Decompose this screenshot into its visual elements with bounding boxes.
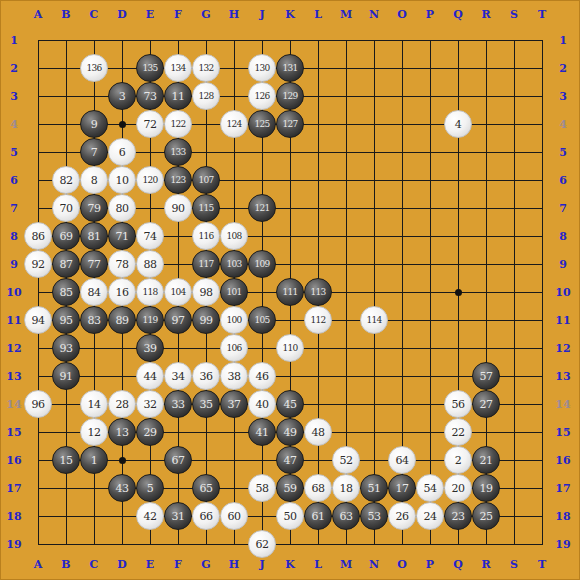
black-stone-c7[interactable]: 79	[80, 194, 108, 222]
black-stone-f14[interactable]: 33	[164, 390, 192, 418]
col-label-bottom-d: D	[117, 559, 127, 570]
go-board[interactable]: 1234567891011121314151617181920212223242…	[0, 0, 580, 580]
move-number: 74	[144, 231, 157, 242]
white-stone-g3[interactable]: 128	[192, 82, 220, 110]
white-stone-d9[interactable]: 78	[108, 250, 136, 278]
move-number: 122	[171, 120, 186, 129]
black-stone-h10[interactable]: 101	[220, 278, 248, 306]
move-number: 91	[60, 371, 73, 382]
black-stone-e15[interactable]: 29	[136, 418, 164, 446]
move-number: 47	[284, 455, 297, 466]
row-label-right-17: 17	[555, 483, 570, 494]
move-number: 77	[88, 259, 101, 270]
black-stone-j9[interactable]: 109	[248, 250, 276, 278]
move-number: 101	[227, 288, 242, 297]
move-number: 34	[172, 371, 185, 382]
black-stone-e12[interactable]: 39	[136, 334, 164, 362]
black-stone-b9[interactable]: 87	[52, 250, 80, 278]
black-stone-r18[interactable]: 25	[472, 502, 500, 530]
black-stone-l10[interactable]: 113	[304, 278, 332, 306]
move-number: 22	[452, 427, 465, 438]
move-number: 67	[172, 455, 185, 466]
row-label-left-12: 12	[6, 343, 21, 354]
white-stone-l17[interactable]: 68	[304, 474, 332, 502]
move-number: 12	[88, 427, 101, 438]
move-number: 19	[480, 483, 493, 494]
move-number: 56	[452, 399, 465, 410]
black-stone-e2[interactable]: 135	[136, 54, 164, 82]
move-number: 41	[256, 427, 269, 438]
white-stone-h8[interactable]: 108	[220, 222, 248, 250]
move-number: 87	[60, 259, 73, 270]
black-stone-h9[interactable]: 103	[220, 250, 248, 278]
white-stone-e18[interactable]: 42	[136, 502, 164, 530]
move-number: 133	[171, 148, 186, 157]
white-stone-e4[interactable]: 72	[136, 110, 164, 138]
white-stone-m17[interactable]: 18	[332, 474, 360, 502]
row-label-right-12: 12	[555, 343, 570, 354]
move-number: 111	[283, 288, 298, 297]
move-number: 46	[256, 371, 269, 382]
move-number: 18	[340, 483, 353, 494]
black-stone-g11[interactable]: 99	[192, 306, 220, 334]
black-stone-l18[interactable]: 61	[304, 502, 332, 530]
move-number: 64	[396, 455, 409, 466]
row-label-right-2: 2	[559, 63, 567, 74]
col-label-top-p: P	[426, 9, 434, 20]
black-stone-e17[interactable]: 5	[136, 474, 164, 502]
white-stone-d14[interactable]: 28	[108, 390, 136, 418]
move-number: 25	[480, 511, 493, 522]
white-stone-f7[interactable]: 90	[164, 194, 192, 222]
col-label-top-n: N	[369, 9, 379, 20]
black-stone-k16[interactable]: 47	[276, 446, 304, 474]
white-stone-d6[interactable]: 10	[108, 166, 136, 194]
move-number: 109	[255, 260, 270, 269]
white-stone-e8[interactable]: 74	[136, 222, 164, 250]
move-number: 94	[32, 315, 45, 326]
black-stone-d15[interactable]: 13	[108, 418, 136, 446]
move-number: 58	[256, 483, 269, 494]
black-stone-r14[interactable]: 27	[472, 390, 500, 418]
white-stone-h18[interactable]: 60	[220, 502, 248, 530]
black-stone-j15[interactable]: 41	[248, 418, 276, 446]
white-stone-j14[interactable]: 40	[248, 390, 276, 418]
move-number: 26	[396, 511, 409, 522]
move-number: 100	[227, 316, 242, 325]
col-label-bottom-j: J	[259, 559, 264, 570]
row-label-left-14: 14	[6, 399, 21, 410]
white-stone-j13[interactable]: 46	[248, 362, 276, 390]
black-stone-c11[interactable]: 83	[80, 306, 108, 334]
white-stone-a14[interactable]: 96	[24, 390, 52, 418]
move-number: 48	[312, 427, 325, 438]
move-number: 96	[32, 399, 45, 410]
white-stone-e6[interactable]: 120	[136, 166, 164, 194]
black-stone-q18[interactable]: 23	[444, 502, 472, 530]
black-stone-b13[interactable]: 91	[52, 362, 80, 390]
move-number: 5	[147, 483, 154, 494]
row-label-right-7: 7	[559, 203, 567, 214]
col-label-top-l: L	[314, 9, 322, 20]
black-stone-f11[interactable]: 97	[164, 306, 192, 334]
black-stone-c8[interactable]: 81	[80, 222, 108, 250]
row-label-left-9: 9	[10, 259, 18, 270]
row-label-right-3: 3	[559, 91, 567, 102]
black-stone-f3[interactable]: 11	[164, 82, 192, 110]
move-number: 117	[199, 260, 214, 269]
white-stone-g8[interactable]: 116	[192, 222, 220, 250]
black-stone-d11[interactable]: 89	[108, 306, 136, 334]
col-label-bottom-o: O	[397, 559, 407, 570]
col-label-top-g: G	[201, 9, 210, 20]
black-stone-j11[interactable]: 105	[248, 306, 276, 334]
move-number: 36	[200, 371, 213, 382]
black-stone-k4[interactable]: 127	[276, 110, 304, 138]
col-label-bottom-n: N	[369, 559, 379, 570]
move-number: 95	[60, 315, 73, 326]
move-number: 28	[116, 399, 129, 410]
row-label-right-6: 6	[559, 175, 567, 186]
white-stone-g2[interactable]: 132	[192, 54, 220, 82]
col-label-bottom-p: P	[426, 559, 434, 570]
move-number: 97	[172, 315, 185, 326]
move-number: 15	[60, 455, 73, 466]
move-number: 4	[455, 119, 462, 130]
col-label-top-o: O	[397, 9, 407, 20]
white-stone-k18[interactable]: 50	[276, 502, 304, 530]
move-number: 125	[255, 120, 270, 129]
move-number: 88	[144, 259, 157, 270]
white-stone-f2[interactable]: 134	[164, 54, 192, 82]
move-number: 16	[116, 287, 129, 298]
move-number: 2	[455, 455, 462, 466]
row-label-right-10: 10	[555, 287, 570, 298]
black-stone-b16[interactable]: 15	[52, 446, 80, 474]
black-stone-b10[interactable]: 85	[52, 278, 80, 306]
black-stone-j4[interactable]: 125	[248, 110, 276, 138]
white-stone-g18[interactable]: 66	[192, 502, 220, 530]
white-stone-n11[interactable]: 114	[360, 306, 388, 334]
black-stone-k15[interactable]: 49	[276, 418, 304, 446]
move-number: 8	[91, 175, 98, 186]
white-stone-d7[interactable]: 80	[108, 194, 136, 222]
move-number: 107	[199, 176, 214, 185]
move-number: 104	[171, 288, 186, 297]
black-stone-f6[interactable]: 123	[164, 166, 192, 194]
black-stone-d17[interactable]: 43	[108, 474, 136, 502]
move-number: 132	[199, 64, 214, 73]
white-stone-l11[interactable]: 112	[304, 306, 332, 334]
col-label-top-t: T	[538, 9, 546, 20]
white-stone-e10[interactable]: 118	[136, 278, 164, 306]
move-number: 92	[32, 259, 45, 270]
row-label-left-8: 8	[10, 231, 18, 242]
move-number: 53	[368, 511, 381, 522]
white-stone-e14[interactable]: 32	[136, 390, 164, 418]
white-stone-l15[interactable]: 48	[304, 418, 332, 446]
move-number: 7	[91, 147, 98, 158]
white-stone-a11[interactable]: 94	[24, 306, 52, 334]
white-stone-h4[interactable]: 124	[220, 110, 248, 138]
white-stone-b6[interactable]: 82	[52, 166, 80, 194]
col-label-top-f: F	[174, 9, 182, 20]
move-number: 27	[480, 399, 493, 410]
move-number: 40	[256, 399, 269, 410]
move-number: 90	[172, 203, 185, 214]
col-label-top-c: C	[90, 9, 99, 20]
move-number: 99	[200, 315, 213, 326]
white-stone-c2[interactable]: 136	[80, 54, 108, 82]
move-number: 123	[171, 176, 186, 185]
row-label-right-5: 5	[559, 147, 567, 158]
col-label-bottom-b: B	[61, 559, 70, 570]
move-number: 108	[227, 232, 242, 241]
row-label-left-16: 16	[6, 455, 21, 466]
move-number: 45	[284, 399, 297, 410]
black-stone-e11[interactable]: 119	[136, 306, 164, 334]
move-number: 38	[228, 371, 241, 382]
move-number: 33	[172, 399, 185, 410]
move-number: 98	[200, 287, 213, 298]
black-stone-f16[interactable]: 67	[164, 446, 192, 474]
star-point	[119, 457, 126, 464]
black-stone-o17[interactable]: 17	[388, 474, 416, 502]
white-stone-c6[interactable]: 8	[80, 166, 108, 194]
white-stone-q16[interactable]: 2	[444, 446, 472, 474]
col-label-bottom-f: F	[174, 559, 182, 570]
row-label-right-18: 18	[555, 511, 570, 522]
black-stone-r13[interactable]: 57	[472, 362, 500, 390]
move-number: 21	[480, 455, 493, 466]
move-number: 60	[228, 511, 241, 522]
move-number: 70	[60, 203, 73, 214]
white-stone-g10[interactable]: 98	[192, 278, 220, 306]
white-stone-c14[interactable]: 14	[80, 390, 108, 418]
black-stone-g14[interactable]: 35	[192, 390, 220, 418]
white-stone-q4[interactable]: 4	[444, 110, 472, 138]
row-label-left-3: 3	[10, 91, 18, 102]
black-stone-d3[interactable]: 3	[108, 82, 136, 110]
col-label-bottom-k: K	[285, 559, 295, 570]
row-label-right-19: 19	[555, 539, 570, 550]
col-label-top-k: K	[285, 9, 295, 20]
col-label-top-e: E	[146, 9, 154, 20]
move-number: 115	[199, 204, 214, 213]
row-label-right-8: 8	[559, 231, 567, 242]
col-label-bottom-c: C	[90, 559, 99, 570]
move-number: 136	[87, 64, 102, 73]
move-number: 103	[227, 260, 242, 269]
move-number: 63	[340, 511, 353, 522]
col-label-bottom-q: Q	[453, 559, 463, 570]
col-label-top-r: R	[481, 9, 490, 20]
white-stone-j17[interactable]: 58	[248, 474, 276, 502]
black-stone-n17[interactable]: 51	[360, 474, 388, 502]
move-number: 3	[119, 91, 126, 102]
row-label-left-19: 19	[6, 539, 21, 550]
white-stone-p18[interactable]: 24	[416, 502, 444, 530]
black-stone-b11[interactable]: 95	[52, 306, 80, 334]
black-stone-k14[interactable]: 45	[276, 390, 304, 418]
move-number: 118	[143, 288, 158, 297]
white-stone-f10[interactable]: 104	[164, 278, 192, 306]
black-stone-f18[interactable]: 31	[164, 502, 192, 530]
move-number: 31	[172, 511, 185, 522]
white-stone-m16[interactable]: 52	[332, 446, 360, 474]
white-stone-q17[interactable]: 20	[444, 474, 472, 502]
col-label-top-m: M	[340, 9, 352, 20]
move-number: 57	[480, 371, 493, 382]
move-number: 32	[144, 399, 157, 410]
move-number: 62	[256, 539, 269, 550]
black-stone-g9[interactable]: 117	[192, 250, 220, 278]
row-label-left-5: 5	[10, 147, 18, 158]
white-stone-a8[interactable]: 86	[24, 222, 52, 250]
move-number: 61	[312, 511, 325, 522]
move-number: 105	[255, 316, 270, 325]
black-stone-m18[interactable]: 63	[332, 502, 360, 530]
col-label-bottom-m: M	[340, 559, 352, 570]
row-label-left-4: 4	[10, 119, 18, 130]
move-number: 120	[143, 176, 158, 185]
move-number: 83	[88, 315, 101, 326]
black-stone-g6[interactable]: 107	[192, 166, 220, 194]
white-stone-k12[interactable]: 110	[276, 334, 304, 362]
move-number: 110	[283, 344, 298, 353]
white-stone-h12[interactable]: 106	[220, 334, 248, 362]
row-label-left-10: 10	[6, 287, 21, 298]
col-label-top-a: A	[34, 9, 43, 20]
black-stone-c16[interactable]: 1	[80, 446, 108, 474]
white-stone-j2[interactable]: 130	[248, 54, 276, 82]
white-stone-j19[interactable]: 62	[248, 530, 276, 558]
move-number: 50	[284, 511, 297, 522]
black-stone-c5[interactable]: 7	[80, 138, 108, 166]
black-stone-b12[interactable]: 93	[52, 334, 80, 362]
star-point	[455, 289, 462, 296]
col-label-bottom-a: A	[34, 559, 43, 570]
black-stone-k3[interactable]: 129	[276, 82, 304, 110]
move-number: 52	[340, 455, 353, 466]
white-stone-c15[interactable]: 12	[80, 418, 108, 446]
row-label-right-15: 15	[555, 427, 570, 438]
col-label-bottom-r: R	[481, 559, 490, 570]
move-number: 116	[199, 232, 214, 241]
black-stone-g7[interactable]: 115	[192, 194, 220, 222]
row-label-left-1: 1	[10, 35, 18, 46]
black-stone-r16[interactable]: 21	[472, 446, 500, 474]
col-label-top-b: B	[61, 9, 70, 20]
black-stone-b8[interactable]: 69	[52, 222, 80, 250]
move-number: 17	[396, 483, 409, 494]
move-number: 49	[284, 427, 297, 438]
white-stone-j3[interactable]: 126	[248, 82, 276, 110]
black-stone-r17[interactable]: 19	[472, 474, 500, 502]
move-number: 23	[452, 511, 465, 522]
move-number: 119	[143, 316, 158, 325]
move-number: 78	[116, 259, 129, 270]
white-stone-d5[interactable]: 6	[108, 138, 136, 166]
white-stone-q15[interactable]: 22	[444, 418, 472, 446]
white-stone-e13[interactable]: 44	[136, 362, 164, 390]
row-label-left-2: 2	[10, 63, 18, 74]
black-stone-c9[interactable]: 77	[80, 250, 108, 278]
white-stone-h13[interactable]: 38	[220, 362, 248, 390]
white-stone-f13[interactable]: 34	[164, 362, 192, 390]
black-stone-h14[interactable]: 37	[220, 390, 248, 418]
white-stone-q14[interactable]: 56	[444, 390, 472, 418]
white-stone-g13[interactable]: 36	[192, 362, 220, 390]
black-stone-g17[interactable]: 65	[192, 474, 220, 502]
move-number: 59	[284, 483, 297, 494]
move-number: 114	[367, 316, 382, 325]
row-label-right-1: 1	[559, 35, 567, 46]
move-number: 66	[200, 511, 213, 522]
black-stone-f5[interactable]: 133	[164, 138, 192, 166]
white-stone-o16[interactable]: 64	[388, 446, 416, 474]
col-label-top-d: D	[117, 9, 127, 20]
col-label-top-q: Q	[453, 9, 463, 20]
white-stone-a9[interactable]: 92	[24, 250, 52, 278]
move-number: 130	[255, 64, 270, 73]
row-label-right-4: 4	[559, 119, 567, 130]
black-stone-d8[interactable]: 71	[108, 222, 136, 250]
move-number: 106	[227, 344, 242, 353]
move-number: 82	[60, 175, 73, 186]
row-label-left-18: 18	[6, 511, 21, 522]
move-number: 13	[116, 427, 129, 438]
black-stone-k10[interactable]: 111	[276, 278, 304, 306]
black-stone-k17[interactable]: 59	[276, 474, 304, 502]
move-number: 79	[88, 203, 101, 214]
white-stone-e9[interactable]: 88	[136, 250, 164, 278]
move-number: 81	[88, 231, 101, 242]
move-number: 93	[60, 343, 73, 354]
white-stone-c10[interactable]: 84	[80, 278, 108, 306]
col-label-bottom-s: S	[510, 559, 518, 570]
white-stone-b7[interactable]: 70	[52, 194, 80, 222]
black-stone-k2[interactable]: 131	[276, 54, 304, 82]
move-number: 43	[116, 483, 129, 494]
move-number: 134	[171, 64, 186, 73]
move-number: 131	[283, 64, 298, 73]
row-label-left-17: 17	[6, 483, 21, 494]
move-number: 127	[283, 120, 298, 129]
col-label-top-h: H	[229, 9, 239, 20]
black-stone-j7[interactable]: 121	[248, 194, 276, 222]
white-stone-p17[interactable]: 54	[416, 474, 444, 502]
move-number: 9	[91, 119, 98, 130]
black-stone-e3[interactable]: 73	[136, 82, 164, 110]
black-stone-c4[interactable]: 9	[80, 110, 108, 138]
move-number: 24	[424, 511, 437, 522]
move-number: 135	[143, 64, 158, 73]
white-stone-h11[interactable]: 100	[220, 306, 248, 334]
move-number: 113	[311, 288, 326, 297]
move-number: 51	[368, 483, 381, 494]
white-stone-f4[interactable]: 122	[164, 110, 192, 138]
board-intersections: 1234567891011121314151617181920212223242…	[24, 26, 556, 558]
row-label-left-15: 15	[6, 427, 21, 438]
white-stone-o18[interactable]: 26	[388, 502, 416, 530]
move-number: 42	[144, 511, 157, 522]
move-number: 89	[116, 315, 129, 326]
col-label-bottom-l: L	[314, 559, 322, 570]
move-number: 39	[144, 343, 157, 354]
black-stone-n18[interactable]: 53	[360, 502, 388, 530]
white-stone-d10[interactable]: 16	[108, 278, 136, 306]
